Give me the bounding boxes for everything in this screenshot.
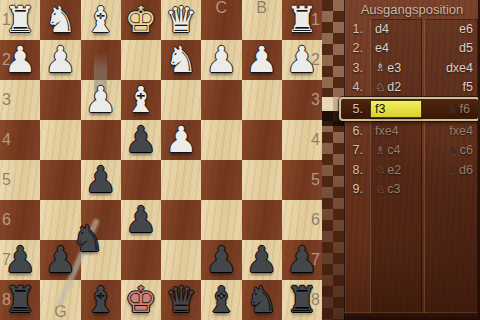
white-bishop-piece[interactable]: ♝	[81, 0, 121, 40]
white-rook-piece[interactable]: ♜	[282, 0, 322, 40]
white-pawn-piece[interactable]: ♟	[40, 40, 80, 80]
square-a5[interactable]: 5	[282, 160, 322, 200]
black-pawn-piece[interactable]: ♟	[201, 240, 241, 280]
white-move-9[interactable]: ♘c3	[370, 182, 422, 196]
move-row-9[interactable]: 9.♘c3	[344, 180, 480, 200]
black-pawn-piece[interactable]: ♟	[121, 200, 161, 240]
rank-label-right-3: 3	[311, 91, 320, 109]
white-move-7[interactable]: ♗c4	[370, 143, 422, 157]
white-move-8[interactable]: ♘e2	[370, 163, 422, 177]
square-e1[interactable]: ♚	[121, 0, 161, 40]
square-c7[interactable]: ♟	[201, 240, 241, 280]
square-a1[interactable]: 1♜	[282, 0, 322, 40]
black-pawn-piece[interactable]: ♟	[121, 120, 161, 160]
black-pawn-piece[interactable]: ♟	[242, 240, 282, 280]
move-text: c3	[387, 182, 400, 196]
white-move-3[interactable]: ♗e3	[370, 61, 422, 75]
white-bishop-icon: ♗	[375, 62, 385, 74]
white-knight-icon: ♘	[375, 184, 385, 196]
white-move-6[interactable]: fxe4	[370, 124, 422, 138]
square-h2[interactable]: 2♟	[0, 40, 40, 80]
black-move-7[interactable]: ♞c6	[424, 143, 478, 157]
move-row-2[interactable]: 2.e4d5	[344, 39, 480, 59]
square-c4[interactable]	[201, 120, 241, 160]
move-text: fxe4	[375, 124, 399, 138]
black-move-6[interactable]: fxe4	[424, 124, 478, 138]
white-queen-piece[interactable]: ♛	[161, 0, 201, 40]
square-d1[interactable]: ♛	[161, 0, 201, 40]
square-b8[interactable]: ♞	[242, 280, 282, 320]
white-knight-icon: ♘	[375, 164, 385, 176]
square-b1[interactable]: B	[242, 0, 282, 40]
square-f5[interactable]: ♟	[81, 160, 121, 200]
black-bishop-piece[interactable]: ♝	[201, 280, 241, 320]
square-h5[interactable]: 5	[0, 160, 40, 200]
square-g5[interactable]	[40, 160, 80, 200]
square-a7[interactable]: 7♟	[282, 240, 322, 280]
square-d7[interactable]	[161, 240, 201, 280]
square-a6[interactable]: 6	[282, 200, 322, 240]
black-pawn-piece[interactable]: ♟	[282, 240, 322, 280]
white-bishop-icon: ♗	[375, 145, 385, 157]
move-number-9: 9.	[344, 182, 370, 196]
move-row-6[interactable]: 6.fxe4fxe4	[344, 121, 480, 141]
move-text: fxe4	[449, 124, 473, 138]
black-rook-piece[interactable]: ♜	[0, 280, 40, 320]
white-move-5[interactable]: f3	[370, 100, 422, 118]
white-pawn-piece[interactable]: ♟	[201, 40, 241, 80]
square-a2[interactable]: 2♟	[282, 40, 322, 80]
file-label-g8: G	[54, 303, 66, 320]
scrubber-fade	[322, 0, 344, 320]
move-row-8[interactable]: 8.♘e2♝d6	[344, 160, 480, 180]
white-pawn-piece[interactable]: ♟	[161, 120, 201, 160]
black-move-2[interactable]: d5	[424, 41, 478, 55]
square-e2[interactable]	[121, 40, 161, 80]
white-pawn-piece[interactable]: ♟	[242, 40, 282, 80]
move-row-3[interactable]: 3.♗e3dxe4	[344, 58, 480, 78]
white-move-1[interactable]: d4	[370, 22, 422, 36]
move-text: f6	[460, 102, 470, 116]
square-c5[interactable]	[201, 160, 241, 200]
black-queen-piece[interactable]: ♛	[161, 280, 201, 320]
file-label-c1: C	[216, 0, 228, 17]
move-text: d5	[459, 41, 473, 55]
white-king-piece[interactable]: ♚	[121, 0, 161, 40]
square-g8[interactable]: G	[40, 280, 80, 320]
square-h7[interactable]: 7♟	[0, 240, 40, 280]
square-e8[interactable]: ♚	[121, 280, 161, 320]
move-scrubber[interactable]	[322, 0, 344, 320]
black-move-3[interactable]: dxe4	[424, 61, 478, 75]
move-list: 1.d4e62.e4d53.♗e3dxe44.♘d2f55.f3♞f66.fxe…	[344, 19, 480, 199]
rank-label-right-5: 5	[311, 171, 320, 189]
square-e6[interactable]: ♟	[121, 200, 161, 240]
black-pawn-piece[interactable]: ♟	[81, 160, 121, 200]
white-knight-piece[interactable]: ♞	[161, 40, 201, 80]
square-a4[interactable]: 4	[282, 120, 322, 160]
move-number-1: 1.	[344, 22, 370, 36]
square-c6[interactable]	[201, 200, 241, 240]
black-knight-icon: ♞	[447, 145, 457, 157]
square-f1[interactable]: ♝	[81, 0, 121, 40]
move-number-6: 6.	[344, 124, 370, 138]
move-text: dxe4	[446, 61, 473, 75]
square-b3[interactable]	[242, 80, 282, 120]
move-row-4[interactable]: 4.♘d2f5	[344, 78, 480, 98]
rank-label-left-4: 4	[2, 131, 11, 149]
square-b5[interactable]	[242, 160, 282, 200]
move-row-7[interactable]: 7.♗c4♞c6	[344, 141, 480, 161]
square-d5[interactable]	[161, 160, 201, 200]
rank-label-left-3: 3	[2, 91, 11, 109]
square-h1[interactable]: 1♜	[0, 0, 40, 40]
black-knight-icon: ♞	[447, 103, 457, 115]
black-pawn-piece[interactable]: ♟	[0, 240, 40, 280]
move-text: e2	[387, 163, 401, 177]
square-a8[interactable]: 8♜	[282, 280, 322, 320]
move-number-5: 5.	[341, 102, 370, 116]
square-f4[interactable]	[81, 120, 121, 160]
move-text: d6	[459, 163, 473, 177]
square-h8[interactable]: 8♜	[0, 280, 40, 320]
square-c8[interactable]: ♝	[201, 280, 241, 320]
move-text: e3	[387, 61, 401, 75]
rank-label-right-6: 6	[311, 211, 320, 229]
move-row-5[interactable]: 5.f3♞f6	[339, 97, 480, 121]
move-number-7: 7.	[344, 143, 370, 157]
move-text: e6	[459, 22, 473, 36]
square-a3[interactable]: 3	[282, 80, 322, 120]
white-bishop-piece[interactable]: ♝	[121, 80, 161, 120]
move-text: f3	[375, 102, 385, 116]
move-text: d2	[387, 80, 401, 94]
black-rook-piece[interactable]: ♜	[282, 280, 322, 320]
square-b6[interactable]	[242, 200, 282, 240]
square-d4[interactable]: ♟	[161, 120, 201, 160]
black-move-1[interactable]: e6	[424, 22, 478, 36]
square-b4[interactable]	[242, 120, 282, 160]
move-text: c4	[387, 143, 400, 157]
square-d6[interactable]	[161, 200, 201, 240]
file-label-b1: B	[256, 0, 267, 17]
square-g2[interactable]: ♟	[40, 40, 80, 80]
black-king-piece[interactable]: ♚	[121, 280, 161, 320]
black-knight-animating[interactable]: ♞	[68, 219, 108, 259]
square-f3[interactable]: ♟	[81, 80, 121, 120]
move-number-4: 4.	[344, 80, 370, 94]
chess-app-screen: 1♜♞♝♚♛CB1♜2♟♟♞♟♟2♟3♟♝34♟♟45♟56♟67♟♟♟♟7♟8…	[0, 0, 480, 320]
square-e7[interactable]	[121, 240, 161, 280]
rank-label-right-4: 4	[311, 131, 320, 149]
square-h4[interactable]: 4	[0, 120, 40, 160]
square-h3[interactable]: 3	[0, 80, 40, 120]
chess-board[interactable]: 1♜♞♝♚♛CB1♜2♟♟♞♟♟2♟3♟♝34♟♟45♟56♟67♟♟♟♟7♟8…	[0, 0, 322, 320]
square-d2[interactable]: ♞	[161, 40, 201, 80]
white-move-2[interactable]: e4	[370, 41, 422, 55]
move-list-panel: Ausgangsposition 1.d4e62.e4d53.♗e3dxe44.…	[344, 0, 480, 320]
white-move-4[interactable]: ♘d2	[370, 80, 422, 94]
black-bishop-piece[interactable]: ♝	[81, 280, 121, 320]
white-rook-piece[interactable]: ♜	[0, 0, 40, 40]
white-knight-piece[interactable]: ♞	[40, 0, 80, 40]
move-text: c6	[460, 143, 473, 157]
rank-label-left-5: 5	[2, 171, 11, 189]
move-row-1[interactable]: 1.d4e6	[344, 19, 480, 39]
square-b2[interactable]: ♟	[242, 40, 282, 80]
black-move-8[interactable]: ♝d6	[424, 163, 478, 177]
square-c1[interactable]: C	[201, 0, 241, 40]
panel-bottom-seam	[344, 313, 480, 320]
white-knight-icon: ♘	[375, 82, 385, 94]
move-number-3: 3.	[344, 61, 370, 75]
rank-label-left-6: 6	[2, 211, 11, 229]
square-f8[interactable]: ♝	[81, 280, 121, 320]
square-c2[interactable]: ♟	[201, 40, 241, 80]
square-e3[interactable]: ♝	[121, 80, 161, 120]
black-move-5[interactable]: ♞f6	[422, 102, 474, 116]
square-h6[interactable]: 6	[0, 200, 40, 240]
square-d3[interactable]	[161, 80, 201, 120]
move-text: d4	[375, 22, 389, 36]
black-bishop-icon: ♝	[447, 164, 457, 176]
square-e4[interactable]: ♟	[121, 120, 161, 160]
black-knight-piece[interactable]: ♞	[68, 219, 108, 259]
move-number-2: 2.	[344, 41, 370, 55]
black-move-4[interactable]: f5	[424, 80, 478, 94]
white-pawn-piece[interactable]: ♟	[0, 40, 40, 80]
black-knight-piece[interactable]: ♞	[242, 280, 282, 320]
square-d8[interactable]: ♛	[161, 280, 201, 320]
white-pawn-piece[interactable]: ♟	[81, 80, 121, 120]
move-list-title: Ausgangsposition	[344, 0, 480, 19]
move-text: f5	[463, 80, 473, 94]
square-g1[interactable]: ♞	[40, 0, 80, 40]
square-b7[interactable]: ♟	[242, 240, 282, 280]
square-g4[interactable]	[40, 120, 80, 160]
square-g3[interactable]	[40, 80, 80, 120]
move-number-8: 8.	[344, 163, 370, 177]
move-text: e4	[375, 41, 389, 55]
white-pawn-piece[interactable]: ♟	[282, 40, 322, 80]
square-c3[interactable]	[201, 80, 241, 120]
square-e5[interactable]	[121, 160, 161, 200]
